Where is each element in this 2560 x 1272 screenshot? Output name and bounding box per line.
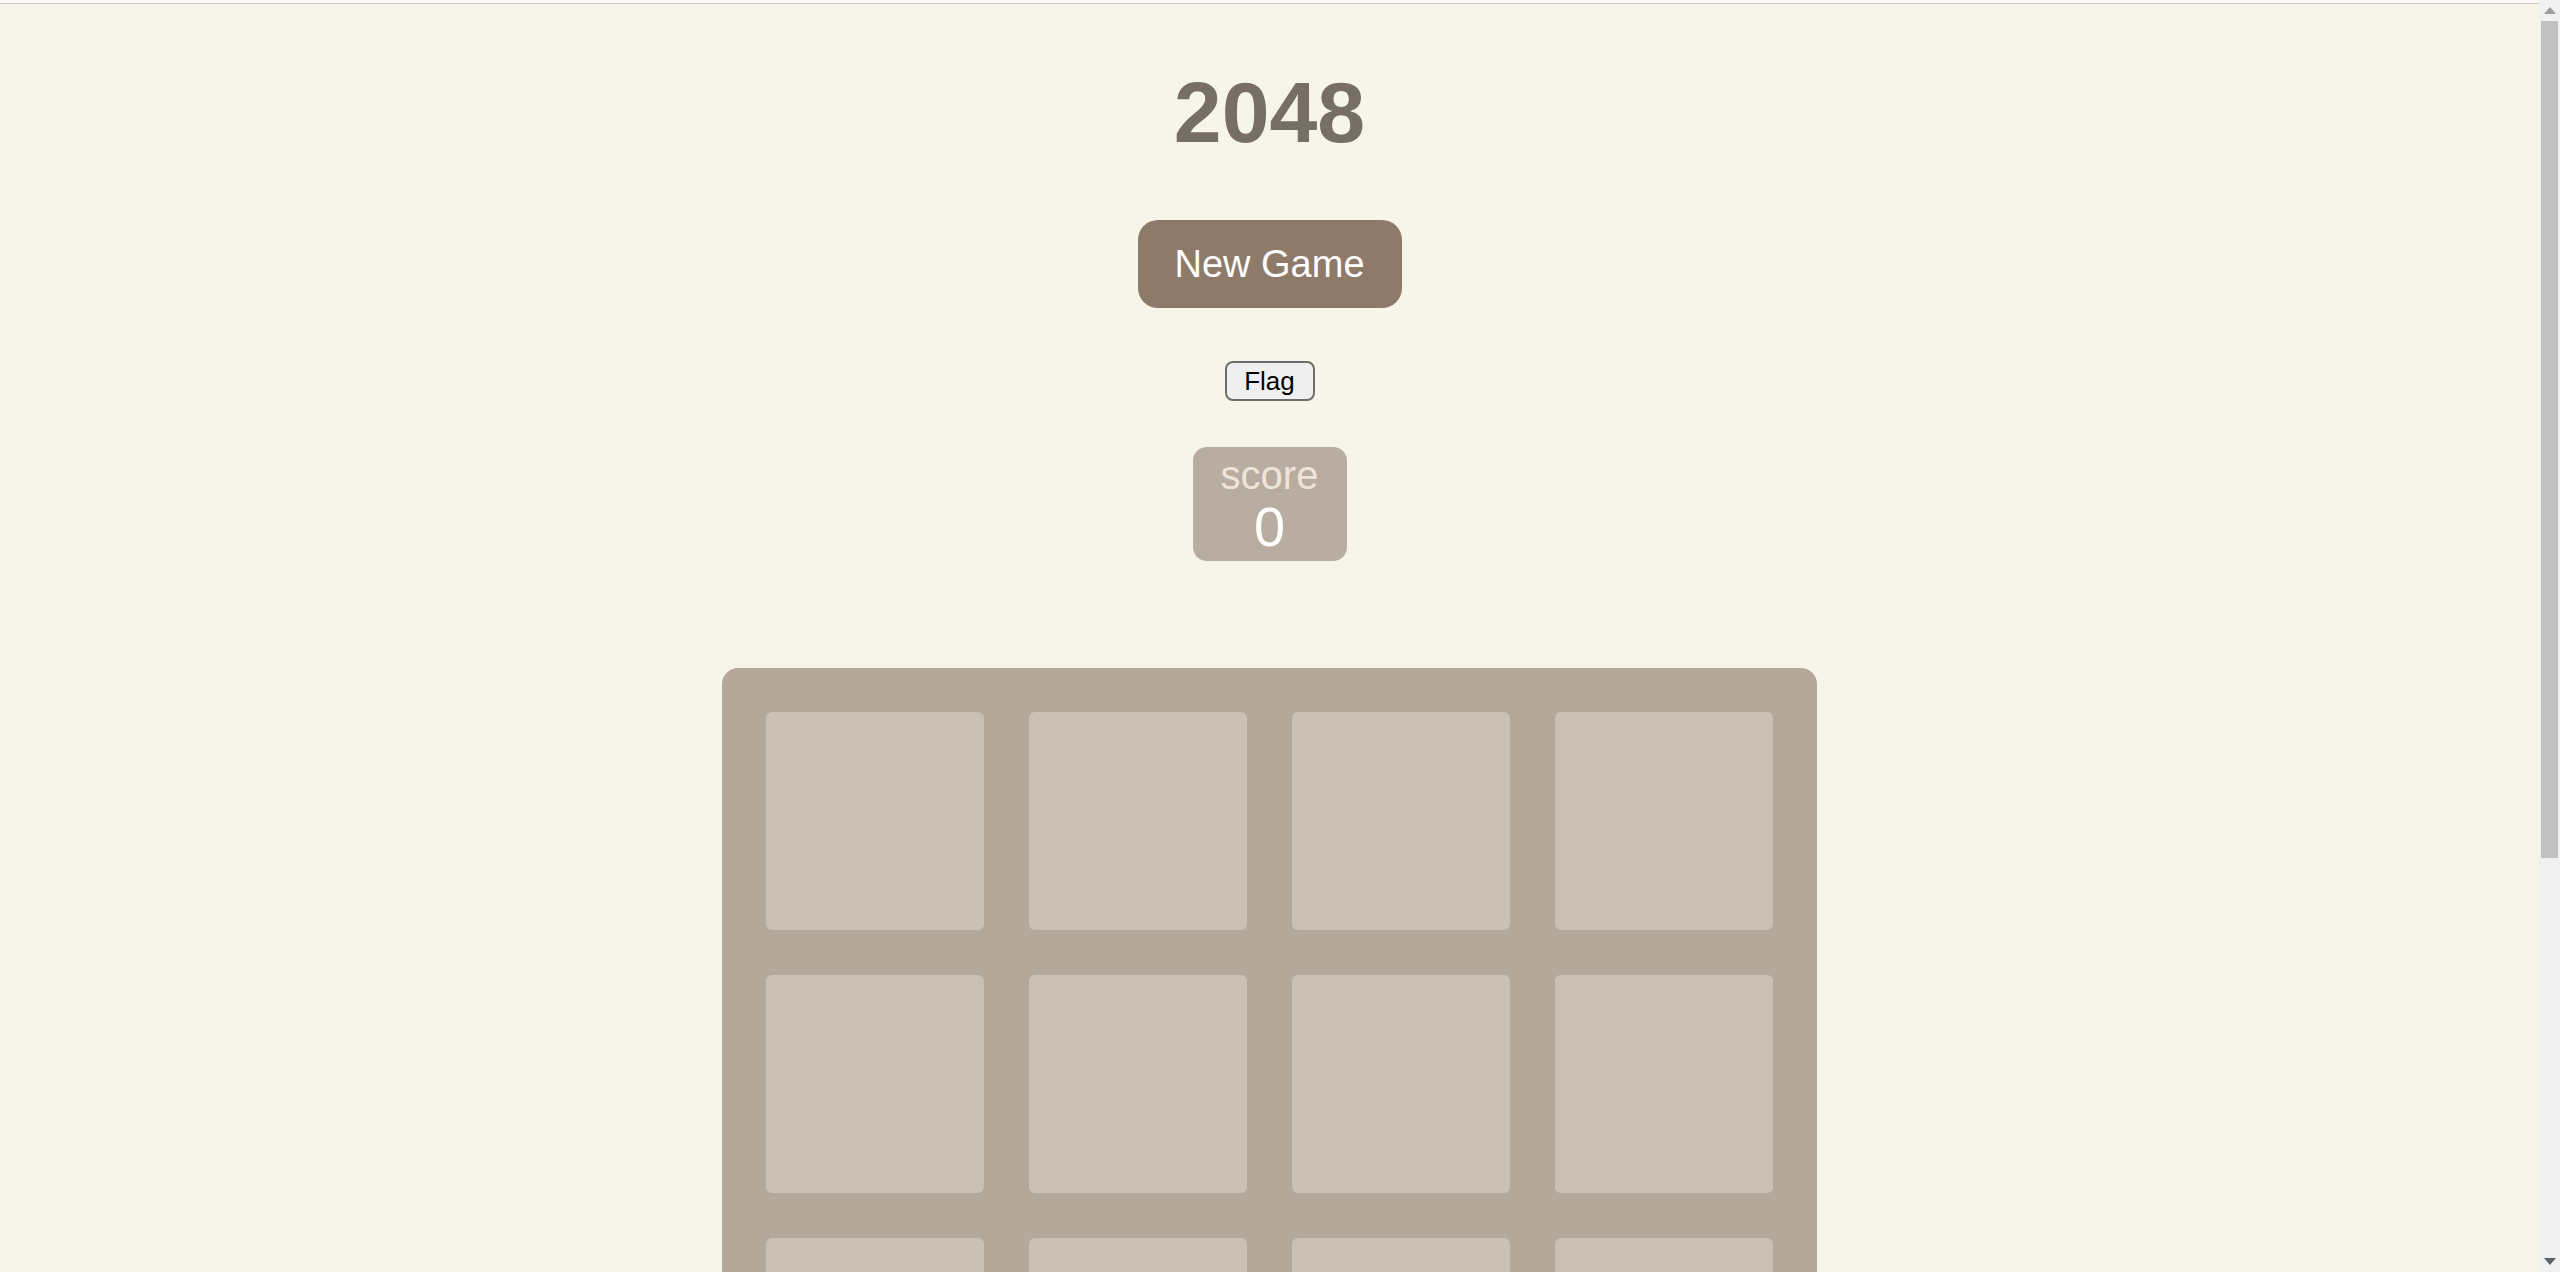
new-game-button[interactable]: New Game [1138, 220, 1402, 308]
board-cell-r1c1 [1029, 975, 1247, 1193]
scrollbar-up-icon [2544, 7, 2556, 14]
board-cell-r1c2 [1292, 975, 1510, 1193]
scrollbar-thumb[interactable] [2541, 21, 2558, 858]
game-board-2048 [722, 668, 1817, 1272]
page: 2048 New Game Flag score 0 [0, 0, 2539, 1272]
scrollbar-down-button[interactable] [2539, 1251, 2560, 1272]
scrollbar-up-button[interactable] [2539, 0, 2560, 21]
board-cell-r0c0 [766, 712, 984, 930]
score-box: score 0 [1193, 447, 1347, 561]
vertical-scrollbar[interactable] [2539, 0, 2560, 1272]
browser-edge-strip [0, 0, 2560, 4]
board-cell-r1c0 [766, 975, 984, 1193]
board-cell-r1c3 [1555, 975, 1773, 1193]
page-title: 2048 [0, 69, 2539, 155]
board-cell-r2c0 [766, 1238, 984, 1272]
board-cell-r2c3 [1555, 1238, 1773, 1272]
board-cell-r0c2 [1292, 712, 1510, 930]
board-cell-r2c2 [1292, 1238, 1510, 1272]
board-cell-r2c1 [1029, 1238, 1247, 1272]
board-cell-r0c1 [1029, 712, 1247, 930]
score-label: score [1221, 453, 1319, 498]
board-cell-r0c3 [1555, 712, 1773, 930]
scrollbar-down-icon [2544, 1258, 2556, 1265]
score-value: 0 [1254, 498, 1285, 555]
flag-button[interactable]: Flag [1225, 361, 1315, 401]
